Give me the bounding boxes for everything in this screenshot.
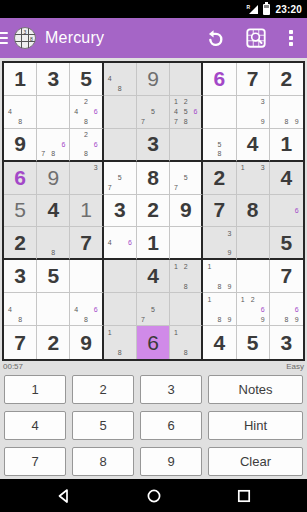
sudoku-cell-r2c7[interactable] <box>203 96 236 129</box>
sudoku-cell-r3c5[interactable]: 3 <box>137 129 170 162</box>
sudoku-cell-r6c1[interactable]: 2 <box>4 227 37 260</box>
recents-icon[interactable] <box>236 488 252 504</box>
app-title: Mercury <box>45 29 104 47</box>
sudoku-cell-r4c9[interactable]: 4 <box>270 162 303 195</box>
sudoku-cell-r8c5[interactable]: 57 <box>137 293 170 326</box>
pencil-marks: 48 <box>105 64 135 94</box>
sudoku-cell-r9c8[interactable]: 5 <box>237 326 270 359</box>
sudoku-cell-r5c9[interactable]: 6 <box>270 195 303 228</box>
sudoku-cell-r2c1[interactable]: 48 <box>4 96 37 129</box>
key-7[interactable]: 7 <box>4 447 66 476</box>
pencil-marks: 689 <box>271 294 302 324</box>
pencil-marks: 189 <box>204 261 234 291</box>
sudoku-cell-r2c5[interactable]: 57 <box>137 96 170 129</box>
sudoku-cell-r7c1[interactable]: 3 <box>4 260 37 293</box>
check-puzzle-icon[interactable] <box>245 27 267 49</box>
sudoku-cell-r9c1[interactable]: 7 <box>4 326 37 359</box>
sudoku-cell-r7c8[interactable] <box>237 260 270 293</box>
sudoku-cell-r6c7[interactable]: 39 <box>203 227 236 260</box>
sudoku-cell-r5c6[interactable]: 9 <box>170 195 203 228</box>
pencil-marks: 48 <box>5 294 35 324</box>
key-4[interactable]: 4 <box>4 411 66 440</box>
back-icon[interactable] <box>56 488 72 504</box>
status-bar: R 23:20 <box>0 0 307 18</box>
sudoku-cell-r2c4[interactable] <box>104 96 137 129</box>
pencil-marks: 268 <box>71 130 100 159</box>
home-icon[interactable] <box>146 488 162 504</box>
phone-screen: R 23:20 3 8 Mercury <box>0 0 307 512</box>
pencil-marks: 1245678 <box>171 97 200 127</box>
sudoku-cell-r6c9[interactable]: 5 <box>270 227 303 260</box>
sudoku-cell-r3c4[interactable] <box>104 129 137 162</box>
sudoku-cell-r2c9[interactable]: 89 <box>270 96 303 129</box>
sudoku-cell-r7c2[interactable]: 5 <box>37 260 70 293</box>
sudoku-cell-r8c1[interactable]: 48 <box>4 293 37 326</box>
key-6[interactable]: 6 <box>140 411 202 440</box>
overflow-menu-icon[interactable] <box>287 28 295 48</box>
sudoku-cell-r4c1[interactable]: 6 <box>4 162 37 195</box>
sudoku-cell-r7c5[interactable]: 4 <box>137 260 170 293</box>
sudoku-cell-r3c8[interactable]: 4 <box>237 129 270 162</box>
sudoku-cell-r4c5[interactable]: 8 <box>137 162 170 195</box>
key-3[interactable]: 3 <box>140 375 202 404</box>
sudoku-cell-r1c4[interactable]: 48 <box>104 63 137 96</box>
sudoku-grid: 1354896724824685712456783989967826835841… <box>2 61 305 361</box>
sudoku-cell-r8c3[interactable]: 468 <box>70 293 103 326</box>
key-1[interactable]: 1 <box>4 375 66 404</box>
key-9[interactable]: 9 <box>140 447 202 476</box>
cell-signal-icon: R <box>246 4 258 15</box>
sudoku-cell-r6c2[interactable]: 8 <box>37 227 70 260</box>
pencil-marks: 18 <box>171 327 200 358</box>
sudoku-cell-r9c9[interactable]: 3 <box>270 326 303 359</box>
sudoku-cell-r6c8[interactable] <box>237 227 270 260</box>
pencil-marks: 3 <box>71 163 100 193</box>
keypad: 123Notes456Hint789Clear <box>0 375 307 476</box>
sudoku-cell-r5c7[interactable]: 7 <box>203 195 236 228</box>
sudoku-cell-r3c3[interactable]: 268 <box>70 129 103 162</box>
sudoku-cell-r7c4[interactable] <box>104 260 137 293</box>
sudoku-cell-r1c2[interactable]: 3 <box>37 63 70 96</box>
sudoku-cell-r1c1[interactable]: 1 <box>4 63 37 96</box>
pencil-marks: 6 <box>271 196 302 226</box>
sudoku-logo-icon: 3 8 <box>13 26 37 50</box>
pencil-marks: 39 <box>204 228 234 257</box>
sudoku-cell-r9c4[interactable]: 18 <box>104 326 137 359</box>
pencil-marks: 1269 <box>238 294 268 324</box>
sudoku-cell-r3c9[interactable]: 1 <box>270 129 303 162</box>
sudoku-cell-r8c9[interactable]: 689 <box>270 293 303 326</box>
pencil-marks: 57 <box>105 163 135 193</box>
sudoku-cell-r1c7[interactable]: 6 <box>203 63 236 96</box>
pencil-marks: 189 <box>204 294 234 324</box>
pencil-marks: 58 <box>204 130 234 159</box>
svg-text:8: 8 <box>30 36 33 42</box>
pencil-marks: 13 <box>238 163 268 193</box>
meta-row: 00:57 Easy <box>0 362 307 371</box>
sudoku-cell-r4c4[interactable]: 57 <box>104 162 137 195</box>
sudoku-cell-r4c8[interactable]: 13 <box>237 162 270 195</box>
sudoku-cell-r6c5[interactable]: 1 <box>137 227 170 260</box>
sudoku-cell-r7c9[interactable]: 7 <box>270 260 303 293</box>
android-nav-bar <box>0 479 307 512</box>
app-bar: 3 8 Mercury <box>0 18 307 58</box>
pencil-marks: 128 <box>171 261 200 291</box>
pencil-marks: 57 <box>171 163 200 193</box>
sudoku-cell-r1c5[interactable]: 9 <box>137 63 170 96</box>
sudoku-cell-r5c3[interactable]: 1 <box>70 195 103 228</box>
pencil-marks: 678 <box>38 130 68 159</box>
key-clear[interactable]: Clear <box>208 447 303 476</box>
pencil-marks: 57 <box>138 294 168 324</box>
sudoku-cell-r2c8[interactable]: 39 <box>237 96 270 129</box>
key-5[interactable]: 5 <box>72 411 134 440</box>
sudoku-cell-r3c2[interactable]: 678 <box>37 129 70 162</box>
sudoku-cell-r6c4[interactable]: 46 <box>104 227 137 260</box>
menu-icon[interactable] <box>0 32 8 44</box>
sudoku-cell-r9c5[interactable]: 6 <box>137 326 170 359</box>
clock: 23:20 <box>275 4 302 15</box>
sudoku-cell-r4c3[interactable]: 3 <box>70 162 103 195</box>
pencil-marks: 39 <box>238 97 268 127</box>
sudoku-cell-r1c6[interactable] <box>170 63 203 96</box>
pencil-marks: 57 <box>138 97 168 127</box>
sudoku-cell-r3c1[interactable]: 9 <box>4 129 37 162</box>
sudoku-cell-r9c2[interactable]: 2 <box>37 326 70 359</box>
key-8[interactable]: 8 <box>72 447 134 476</box>
sudoku-cell-r5c1[interactable]: 5 <box>4 195 37 228</box>
sudoku-cell-r8c6[interactable] <box>170 293 203 326</box>
pencil-marks: 468 <box>71 294 100 324</box>
sudoku-cell-r3c6[interactable] <box>170 129 203 162</box>
sudoku-cell-r5c8[interactable]: 8 <box>237 195 270 228</box>
pencil-marks: 48 <box>5 97 35 127</box>
sudoku-cell-r5c5[interactable]: 2 <box>137 195 170 228</box>
sudoku-cell-r4c2[interactable]: 9 <box>37 162 70 195</box>
svg-text:3: 3 <box>24 29 27 35</box>
sudoku-cell-r2c2[interactable] <box>37 96 70 129</box>
key-notes[interactable]: Notes <box>208 375 303 404</box>
sudoku-cell-r1c8[interactable]: 7 <box>237 63 270 96</box>
sudoku-cell-r2c3[interactable]: 2468 <box>70 96 103 129</box>
sudoku-cell-r5c2[interactable]: 4 <box>37 195 70 228</box>
sudoku-cell-r7c3[interactable] <box>70 260 103 293</box>
pencil-marks: 8 <box>38 228 68 257</box>
sudoku-cell-r1c3[interactable]: 5 <box>70 63 103 96</box>
sudoku-cell-r4c6[interactable]: 57 <box>170 162 203 195</box>
sudoku-cell-r7c7[interactable]: 189 <box>203 260 236 293</box>
pencil-marks: 46 <box>105 228 135 257</box>
key-hint[interactable]: Hint <box>208 411 303 440</box>
pencil-marks: 2468 <box>71 97 100 127</box>
sudoku-cell-r1c9[interactable]: 2 <box>270 63 303 96</box>
sudoku-cell-r9c7[interactable]: 4 <box>203 326 236 359</box>
key-2[interactable]: 2 <box>72 375 134 404</box>
sudoku-cell-r9c6[interactable]: 18 <box>170 326 203 359</box>
pencil-marks: 89 <box>271 97 302 127</box>
sudoku-cell-r7c6[interactable]: 128 <box>170 260 203 293</box>
timer: 00:57 <box>3 362 23 371</box>
sudoku-cell-r9c3[interactable]: 9 <box>70 326 103 359</box>
pencil-marks: 18 <box>105 327 135 358</box>
sudoku-cell-r8c2[interactable] <box>37 293 70 326</box>
sudoku-cell-r2c6[interactable]: 1245678 <box>170 96 203 129</box>
sudoku-cell-r5c4[interactable]: 3 <box>104 195 137 228</box>
sudoku-cell-r3c7[interactable]: 58 <box>203 129 236 162</box>
sudoku-cell-r8c8[interactable]: 1269 <box>237 293 270 326</box>
sudoku-cell-r4c7[interactable]: 2 <box>203 162 236 195</box>
sudoku-cell-r8c7[interactable]: 189 <box>203 293 236 326</box>
undo-icon[interactable] <box>203 27 225 49</box>
sudoku-cell-r6c6[interactable] <box>170 227 203 260</box>
difficulty-label: Easy <box>286 362 304 371</box>
battery-icon <box>263 4 270 15</box>
sudoku-cell-r8c4[interactable] <box>104 293 137 326</box>
sudoku-cell-r6c3[interactable]: 7 <box>70 227 103 260</box>
